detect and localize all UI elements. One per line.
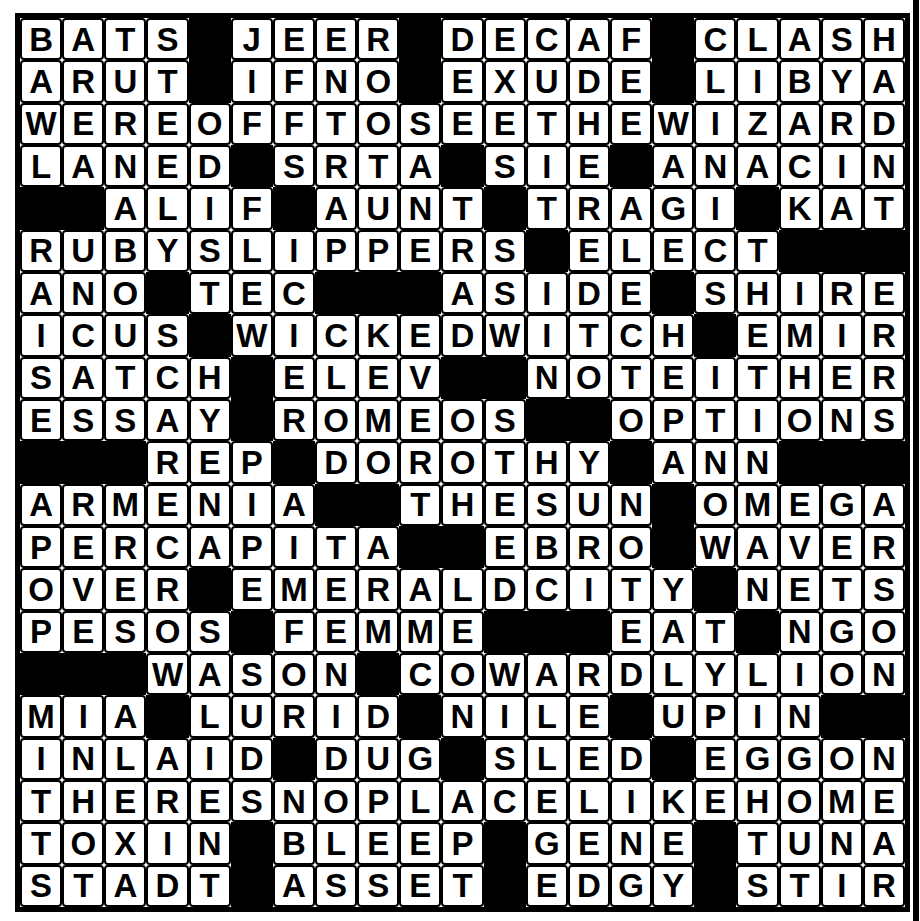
grid-cell[interactable]: N [526,357,568,399]
grid-cell[interactable]: W [484,314,526,356]
grid-cell[interactable]: T [526,187,568,229]
grid-cell[interactable]: T [146,60,188,102]
grid-cell[interactable]: I [694,103,736,145]
grid-cell[interactable]: A [146,738,188,780]
grid-cell[interactable]: L [399,780,441,822]
grid-cell[interactable]: E [357,357,399,399]
grid-cell[interactable]: U [652,695,694,737]
grid-cell[interactable]: I [821,314,863,356]
grid-cell[interactable]: V [62,568,104,610]
grid-cell[interactable]: M [779,314,821,356]
grid-cell[interactable]: N [104,145,146,187]
grid-cell[interactable]: P [231,441,273,483]
grid-cell[interactable]: R [104,103,146,145]
grid-cell[interactable]: A [62,357,104,399]
grid-cell[interactable]: L [189,695,231,737]
grid-cell[interactable]: G [652,187,694,229]
grid-cell[interactable]: O [779,399,821,441]
grid-cell[interactable]: A [273,484,315,526]
grid-cell[interactable]: D [610,653,652,695]
grid-cell[interactable]: E [484,484,526,526]
grid-cell[interactable]: I [526,145,568,187]
grid-cell[interactable]: T [20,822,62,864]
grid-cell[interactable]: E [189,441,231,483]
grid-cell[interactable]: I [62,695,104,737]
grid-cell[interactable]: I [20,314,62,356]
grid-cell[interactable]: F [231,103,273,145]
grid-cell[interactable]: M [736,484,778,526]
grid-cell[interactable]: B [20,18,62,60]
grid-cell[interactable]: E [189,780,231,822]
grid-cell[interactable]: U [231,695,273,737]
grid-cell[interactable]: G [736,738,778,780]
grid-cell[interactable]: S [62,399,104,441]
grid-cell[interactable]: L [736,18,778,60]
grid-cell[interactable]: L [231,230,273,272]
grid-cell[interactable]: K [652,780,694,822]
grid-cell[interactable]: O [146,611,188,653]
grid-cell[interactable]: E [863,272,905,314]
grid-cell[interactable]: D [863,103,905,145]
grid-cell[interactable]: E [568,822,610,864]
grid-cell[interactable]: I [231,484,273,526]
grid-cell[interactable]: A [273,865,315,907]
grid-cell[interactable]: N [315,653,357,695]
grid-cell[interactable]: D [357,695,399,737]
grid-cell[interactable]: S [484,145,526,187]
grid-cell[interactable]: G [399,738,441,780]
grid-cell[interactable]: N [610,484,652,526]
grid-cell[interactable]: E [484,526,526,568]
grid-cell[interactable]: N [610,822,652,864]
grid-cell[interactable]: W [20,103,62,145]
grid-cell[interactable]: L [736,653,778,695]
grid-cell[interactable]: I [189,187,231,229]
grid-cell[interactable]: T [189,272,231,314]
grid-cell[interactable]: D [146,865,188,907]
grid-cell[interactable]: E [104,780,146,822]
grid-cell[interactable]: L [146,187,188,229]
grid-cell[interactable]: U [104,60,146,102]
grid-cell[interactable]: U [526,60,568,102]
grid-cell[interactable]: A [441,780,483,822]
grid-cell[interactable]: R [568,653,610,695]
grid-cell[interactable]: T [20,780,62,822]
grid-cell[interactable]: R [863,314,905,356]
grid-cell[interactable]: L [652,653,694,695]
grid-cell[interactable]: O [694,484,736,526]
grid-cell[interactable]: N [315,60,357,102]
grid-cell[interactable]: O [357,103,399,145]
grid-cell[interactable]: S [104,399,146,441]
grid-cell[interactable]: T [441,865,483,907]
grid-cell[interactable]: N [189,484,231,526]
grid-cell[interactable]: C [484,780,526,822]
grid-cell[interactable]: K [779,187,821,229]
grid-cell[interactable]: L [568,780,610,822]
grid-cell[interactable]: S [399,103,441,145]
grid-cell[interactable]: E [273,18,315,60]
grid-cell[interactable]: D [231,738,273,780]
grid-cell[interactable]: P [357,230,399,272]
grid-cell[interactable]: B [526,526,568,568]
grid-cell[interactable]: O [610,526,652,568]
grid-cell[interactable]: N [62,738,104,780]
grid-cell[interactable]: M [357,611,399,653]
grid-cell[interactable]: R [863,526,905,568]
grid-cell[interactable]: Y [652,865,694,907]
grid-cell[interactable]: T [484,441,526,483]
grid-cell[interactable]: E [399,822,441,864]
grid-cell[interactable]: A [104,695,146,737]
grid-cell[interactable]: H [62,780,104,822]
grid-cell[interactable]: S [104,611,146,653]
grid-cell[interactable]: E [863,780,905,822]
grid-cell[interactable]: I [526,272,568,314]
grid-cell[interactable]: M [104,484,146,526]
grid-cell[interactable]: J [231,18,273,60]
grid-cell[interactable]: A [104,865,146,907]
grid-cell[interactable]: Y [652,568,694,610]
grid-cell[interactable]: E [652,230,694,272]
grid-cell[interactable]: H [441,484,483,526]
grid-cell[interactable]: I [568,568,610,610]
grid-cell[interactable]: E [231,568,273,610]
grid-cell[interactable]: C [146,357,188,399]
grid-cell[interactable]: Y [694,653,736,695]
grid-cell[interactable]: S [484,272,526,314]
grid-cell[interactable]: N [694,441,736,483]
grid-cell[interactable]: T [62,865,104,907]
grid-cell[interactable]: I [273,314,315,356]
grid-cell[interactable]: T [736,357,778,399]
grid-cell[interactable]: L [315,822,357,864]
grid-cell[interactable]: Z [736,103,778,145]
grid-cell[interactable]: E [568,145,610,187]
grid-cell[interactable]: O [357,60,399,102]
grid-cell[interactable]: E [652,822,694,864]
grid-cell[interactable]: T [357,145,399,187]
grid-cell[interactable]: F [273,103,315,145]
grid-cell[interactable]: A [189,653,231,695]
grid-cell[interactable]: A [779,103,821,145]
grid-cell[interactable]: E [273,357,315,399]
grid-cell[interactable]: D [568,272,610,314]
grid-cell[interactable]: U [779,822,821,864]
grid-cell[interactable]: O [20,568,62,610]
grid-cell[interactable]: G [610,865,652,907]
grid-cell[interactable]: A [20,484,62,526]
grid-cell[interactable]: M [821,780,863,822]
grid-cell[interactable]: O [863,611,905,653]
grid-cell[interactable]: I [821,865,863,907]
grid-cell[interactable]: R [441,230,483,272]
grid-cell[interactable]: E [610,60,652,102]
grid-cell[interactable]: A [779,18,821,60]
grid-cell[interactable]: E [399,314,441,356]
grid-cell[interactable]: O [821,738,863,780]
grid-cell[interactable]: U [357,738,399,780]
grid-cell[interactable]: R [357,18,399,60]
grid-cell[interactable]: F [610,18,652,60]
grid-cell[interactable]: R [146,568,188,610]
grid-cell[interactable]: O [779,780,821,822]
grid-cell[interactable]: S [20,865,62,907]
grid-cell[interactable]: A [189,526,231,568]
grid-cell[interactable]: C [146,526,188,568]
grid-cell[interactable]: C [526,568,568,610]
grid-cell[interactable]: P [441,822,483,864]
grid-cell[interactable]: N [736,441,778,483]
grid-cell[interactable]: V [399,357,441,399]
grid-cell[interactable]: H [652,314,694,356]
grid-cell[interactable]: E [146,103,188,145]
grid-cell[interactable]: O [610,399,652,441]
grid-cell[interactable]: S [484,230,526,272]
grid-cell[interactable]: A [863,484,905,526]
grid-cell[interactable]: O [104,272,146,314]
grid-cell[interactable]: E [736,314,778,356]
grid-cell[interactable]: T [441,187,483,229]
grid-cell[interactable]: I [231,60,273,102]
grid-cell[interactable]: I [189,738,231,780]
grid-cell[interactable]: C [273,272,315,314]
grid-cell[interactable]: R [20,230,62,272]
grid-cell[interactable]: B [104,230,146,272]
grid-cell[interactable]: S [146,314,188,356]
grid-cell[interactable]: E [568,230,610,272]
grid-cell[interactable]: C [399,653,441,695]
grid-cell[interactable]: S [315,865,357,907]
grid-cell[interactable]: P [20,526,62,568]
grid-cell[interactable]: W [146,653,188,695]
grid-cell[interactable]: R [821,272,863,314]
grid-cell[interactable]: H [568,103,610,145]
grid-cell[interactable]: K [357,314,399,356]
grid-cell[interactable]: R [357,568,399,610]
grid-cell[interactable]: T [694,399,736,441]
grid-cell[interactable]: P [694,695,736,737]
grid-cell[interactable]: L [526,738,568,780]
grid-cell[interactable]: N [189,822,231,864]
grid-cell[interactable]: A [20,60,62,102]
grid-cell[interactable]: S [484,399,526,441]
grid-cell[interactable]: F [273,611,315,653]
grid-cell[interactable]: N [779,695,821,737]
grid-cell[interactable]: N [441,695,483,737]
grid-cell[interactable]: L [315,357,357,399]
grid-cell[interactable]: R [568,187,610,229]
grid-cell[interactable]: H [736,272,778,314]
grid-cell[interactable]: E [652,357,694,399]
grid-cell[interactable]: T [694,611,736,653]
grid-cell[interactable]: T [568,314,610,356]
grid-cell[interactable]: E [357,822,399,864]
grid-cell[interactable]: T [610,357,652,399]
grid-cell[interactable]: P [357,780,399,822]
grid-cell[interactable]: S [146,18,188,60]
grid-cell[interactable]: S [863,399,905,441]
grid-cell[interactable]: Y [146,230,188,272]
grid-cell[interactable]: I [146,822,188,864]
grid-cell[interactable]: I [779,272,821,314]
grid-cell[interactable]: E [231,272,273,314]
grid-cell[interactable]: T [104,357,146,399]
grid-cell[interactable]: E [568,738,610,780]
grid-cell[interactable]: D [315,441,357,483]
grid-cell[interactable]: O [568,357,610,399]
grid-cell[interactable]: I [273,230,315,272]
grid-cell[interactable]: N [779,611,821,653]
grid-cell[interactable]: O [315,780,357,822]
grid-cell[interactable]: B [273,822,315,864]
grid-cell[interactable]: E [441,60,483,102]
grid-cell[interactable]: A [652,145,694,187]
grid-cell[interactable]: Y [568,441,610,483]
grid-cell[interactable]: A [821,187,863,229]
grid-cell[interactable]: S [736,865,778,907]
grid-cell[interactable]: D [484,568,526,610]
grid-cell[interactable]: A [441,272,483,314]
grid-cell[interactable]: N [273,780,315,822]
grid-cell[interactable]: E [694,780,736,822]
grid-cell[interactable]: M [273,568,315,610]
grid-cell[interactable]: I [736,399,778,441]
grid-cell[interactable]: M [20,695,62,737]
grid-cell[interactable]: R [62,60,104,102]
grid-cell[interactable]: L [610,230,652,272]
grid-cell[interactable]: E [779,568,821,610]
grid-cell[interactable]: R [863,865,905,907]
grid-cell[interactable]: S [189,230,231,272]
grid-cell[interactable]: G [779,738,821,780]
grid-cell[interactable]: A [62,145,104,187]
grid-cell[interactable]: O [441,399,483,441]
grid-cell[interactable]: R [104,526,146,568]
grid-cell[interactable]: O [441,653,483,695]
grid-cell[interactable]: N [821,822,863,864]
grid-cell[interactable]: A [568,18,610,60]
grid-cell[interactable]: A [399,145,441,187]
grid-cell[interactable]: R [821,103,863,145]
grid-cell[interactable]: T [315,526,357,568]
grid-cell[interactable]: D [441,314,483,356]
grid-cell[interactable]: N [863,653,905,695]
grid-cell[interactable]: R [399,441,441,483]
grid-cell[interactable]: T [779,865,821,907]
grid-cell[interactable]: C [779,145,821,187]
grid-cell[interactable]: T [736,230,778,272]
grid-cell[interactable]: C [315,314,357,356]
grid-cell[interactable]: P [652,399,694,441]
grid-cell[interactable]: E [441,611,483,653]
grid-cell[interactable]: I [736,695,778,737]
grid-cell[interactable]: C [610,314,652,356]
grid-cell[interactable]: A [399,568,441,610]
grid-cell[interactable]: O [62,822,104,864]
grid-cell[interactable]: E [62,103,104,145]
grid-cell[interactable]: O [315,399,357,441]
grid-cell[interactable]: E [484,103,526,145]
grid-cell[interactable]: V [779,526,821,568]
grid-cell[interactable]: E [526,780,568,822]
grid-cell[interactable]: A [652,611,694,653]
grid-cell[interactable]: N [863,145,905,187]
grid-cell[interactable]: C [62,314,104,356]
grid-cell[interactable]: T [399,484,441,526]
grid-cell[interactable]: E [526,865,568,907]
grid-cell[interactable]: O [357,441,399,483]
grid-cell[interactable]: E [399,399,441,441]
grid-cell[interactable]: A [736,526,778,568]
grid-cell[interactable]: E [146,484,188,526]
grid-cell[interactable]: X [484,60,526,102]
grid-cell[interactable]: L [104,738,146,780]
grid-cell[interactable]: X [104,822,146,864]
grid-cell[interactable]: W [694,526,736,568]
grid-cell[interactable]: T [610,568,652,610]
grid-cell[interactable]: T [189,865,231,907]
grid-cell[interactable]: D [441,18,483,60]
grid-cell[interactable]: R [146,780,188,822]
grid-cell[interactable]: Y [189,399,231,441]
grid-cell[interactable]: N [821,399,863,441]
grid-cell[interactable]: I [484,695,526,737]
grid-cell[interactable]: L [441,568,483,610]
grid-cell[interactable]: S [484,738,526,780]
grid-cell[interactable]: M [399,611,441,653]
grid-cell[interactable]: A [863,822,905,864]
grid-cell[interactable]: O [273,653,315,695]
grid-cell[interactable]: R [273,695,315,737]
grid-cell[interactable]: E [315,568,357,610]
grid-cell[interactable]: P [231,526,273,568]
grid-cell[interactable]: U [62,230,104,272]
grid-cell[interactable]: H [736,780,778,822]
grid-cell[interactable]: T [863,187,905,229]
grid-cell[interactable]: E [20,399,62,441]
grid-cell[interactable]: C [526,18,568,60]
grid-cell[interactable]: W [652,103,694,145]
grid-cell[interactable]: P [315,230,357,272]
grid-cell[interactable]: E [441,103,483,145]
grid-cell[interactable]: S [526,484,568,526]
grid-cell[interactable]: T [821,568,863,610]
grid-cell[interactable]: E [315,611,357,653]
grid-cell[interactable]: S [357,865,399,907]
grid-cell[interactable]: R [62,484,104,526]
grid-cell[interactable]: D [189,145,231,187]
grid-cell[interactable]: I [694,357,736,399]
grid-cell[interactable]: E [610,272,652,314]
grid-cell[interactable]: E [821,526,863,568]
grid-cell[interactable]: T [526,103,568,145]
grid-cell[interactable]: E [821,357,863,399]
grid-cell[interactable]: C [694,18,736,60]
grid-cell[interactable]: U [568,484,610,526]
grid-cell[interactable]: G [821,611,863,653]
grid-cell[interactable]: O [441,441,483,483]
grid-cell[interactable]: A [104,187,146,229]
grid-cell[interactable]: S [189,611,231,653]
grid-cell[interactable]: H [779,357,821,399]
grid-cell[interactable]: E [484,18,526,60]
grid-cell[interactable]: S [863,568,905,610]
grid-cell[interactable]: P [20,611,62,653]
grid-cell[interactable]: T [104,18,146,60]
grid-cell[interactable]: D [610,738,652,780]
grid-cell[interactable]: A [20,272,62,314]
